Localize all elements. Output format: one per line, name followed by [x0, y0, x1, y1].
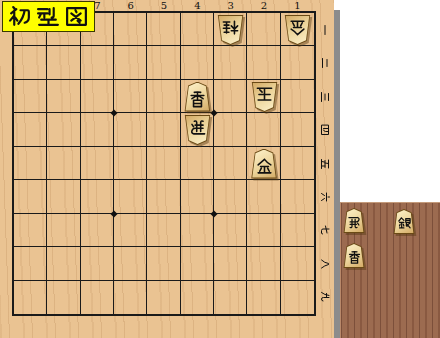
square-8-4[interactable]: [47, 113, 80, 146]
rank-label-4: [317, 122, 333, 138]
kanji-glyph: [319, 91, 331, 103]
square-8-6[interactable]: [47, 180, 80, 213]
square-3-9[interactable]: [214, 281, 247, 314]
hand-piece-kyosha[interactable]: [343, 243, 365, 268]
hand-piece-hisha[interactable]: [343, 208, 365, 233]
square-6-3[interactable]: [114, 80, 147, 113]
square-7-6[interactable]: [81, 180, 114, 213]
komadai: [340, 202, 440, 338]
square-2-1[interactable]: [247, 13, 280, 46]
kanji-glyph: [319, 124, 331, 136]
file-label-5: 5: [154, 0, 174, 11]
rank-label-3: [317, 89, 333, 105]
kanji-kyosha: [347, 250, 362, 265]
square-1-9[interactable]: [281, 281, 314, 314]
square-3-7[interactable]: [214, 214, 247, 247]
square-1-6[interactable]: [281, 180, 314, 213]
kanji-glyph: [319, 291, 331, 303]
piece-gote-keima-31[interactable]: [217, 15, 244, 45]
square-9-6[interactable]: [14, 180, 47, 213]
square-4-8[interactable]: [181, 247, 214, 280]
square-1-4[interactable]: [281, 113, 314, 146]
square-5-7[interactable]: [147, 214, 180, 247]
square-7-3[interactable]: [81, 80, 114, 113]
square-5-6[interactable]: [147, 180, 180, 213]
square-2-7[interactable]: [247, 214, 280, 247]
kanji-glyph: [319, 258, 331, 270]
kanji-glyph: [319, 24, 331, 36]
square-7-9[interactable]: [81, 281, 114, 314]
square-4-1[interactable]: [181, 13, 214, 46]
square-4-6[interactable]: [181, 180, 214, 213]
square-5-3[interactable]: [147, 80, 180, 113]
square-9-9[interactable]: [14, 281, 47, 314]
square-5-4[interactable]: [147, 113, 180, 146]
square-7-2[interactable]: [81, 46, 114, 79]
square-7-5[interactable]: [81, 147, 114, 180]
square-4-2[interactable]: [181, 46, 214, 79]
square-8-9[interactable]: [47, 281, 80, 314]
square-4-7[interactable]: [181, 214, 214, 247]
square-3-5[interactable]: [214, 147, 247, 180]
rank-label-5: [317, 156, 333, 172]
square-7-4[interactable]: [81, 113, 114, 146]
square-1-5[interactable]: [281, 147, 314, 180]
square-5-9[interactable]: [147, 281, 180, 314]
square-5-8[interactable]: [147, 247, 180, 280]
hand-piece-gin[interactable]: [393, 209, 415, 234]
kanji-glyph: [319, 158, 331, 170]
square-4-5[interactable]: [181, 147, 214, 180]
kanji-keima: [221, 18, 240, 37]
square-1-3[interactable]: [281, 80, 314, 113]
square-7-8[interactable]: [81, 247, 114, 280]
file-label-6: 6: [121, 0, 141, 11]
square-6-4[interactable]: [114, 113, 147, 146]
square-6-2[interactable]: [114, 46, 147, 79]
square-7-7[interactable]: [81, 214, 114, 247]
square-9-7[interactable]: [14, 214, 47, 247]
kanji-glyph: [36, 4, 61, 29]
square-3-3[interactable]: [214, 80, 247, 113]
piece-gote-gyoku-23[interactable]: [251, 82, 278, 112]
piece-gote-kin-11[interactable]: [284, 15, 311, 45]
square-8-7[interactable]: [47, 214, 80, 247]
kanji-gyoku: [255, 85, 274, 104]
square-6-5[interactable]: [114, 147, 147, 180]
square-8-3[interactable]: [47, 80, 80, 113]
square-3-8[interactable]: [214, 247, 247, 280]
rank-label-1: [317, 22, 333, 38]
square-6-7[interactable]: [114, 214, 147, 247]
square-8-8[interactable]: [47, 247, 80, 280]
square-3-6[interactable]: [214, 180, 247, 213]
kanji-glyph: [64, 4, 89, 29]
square-9-8[interactable]: [14, 247, 47, 280]
square-6-8[interactable]: [114, 247, 147, 280]
file-label-3: 3: [221, 0, 241, 11]
file-label-4: 4: [187, 0, 207, 11]
square-2-9[interactable]: [247, 281, 280, 314]
square-1-7[interactable]: [281, 214, 314, 247]
kanji-kin: [255, 157, 274, 176]
square-2-2[interactable]: [247, 46, 280, 79]
square-6-6[interactable]: [114, 180, 147, 213]
rank-label-8: [317, 256, 333, 272]
square-9-4[interactable]: [14, 113, 47, 146]
square-2-4[interactable]: [247, 113, 280, 146]
square-4-9[interactable]: [181, 281, 214, 314]
square-5-2[interactable]: [147, 46, 180, 79]
file-label-2: 2: [254, 0, 274, 11]
kanji-gin: [397, 216, 412, 231]
file-label-1: 1: [287, 0, 307, 11]
square-2-8[interactable]: [247, 247, 280, 280]
kanji-glyph: [8, 4, 33, 29]
kanji-kin: [288, 18, 307, 37]
square-1-8[interactable]: [281, 247, 314, 280]
kanji-glyph: [319, 57, 331, 69]
square-8-2[interactable]: [47, 46, 80, 79]
square-5-1[interactable]: [147, 13, 180, 46]
rank-label-6: [317, 189, 333, 205]
square-1-2[interactable]: [281, 46, 314, 79]
rank-label-9: [317, 289, 333, 305]
kanji-glyph: [319, 224, 331, 236]
square-3-4[interactable]: [214, 113, 247, 146]
square-5-5[interactable]: [147, 147, 180, 180]
square-9-2[interactable]: [14, 46, 47, 79]
kanji-kyosha: [188, 90, 207, 109]
square-6-9[interactable]: [114, 281, 147, 314]
square-8-5[interactable]: [47, 147, 80, 180]
square-9-3[interactable]: [14, 80, 47, 113]
piece-sente-kin-25[interactable]: [251, 149, 278, 179]
square-3-2[interactable]: [214, 46, 247, 79]
square-6-1[interactable]: [114, 13, 147, 46]
square-9-5[interactable]: [14, 147, 47, 180]
piece-gote-hisha-44[interactable]: [184, 115, 211, 145]
diagram-title: [2, 1, 95, 32]
piece-sente-kyosha-43[interactable]: [184, 82, 211, 112]
rank-label-7: [317, 222, 333, 238]
kanji-hisha: [347, 215, 362, 230]
rank-label-2: [317, 55, 333, 71]
square-2-6[interactable]: [247, 180, 280, 213]
kanji-glyph: [319, 191, 331, 203]
kanji-hisha: [188, 118, 207, 137]
